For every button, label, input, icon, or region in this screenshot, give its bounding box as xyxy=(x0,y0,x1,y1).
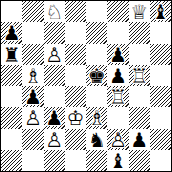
piece-glyph: ♚ xyxy=(86,65,107,86)
square-g4[interactable] xyxy=(129,86,150,107)
square-f2[interactable]: ♟♙ xyxy=(107,129,128,150)
square-a6[interactable]: ♜♜ xyxy=(1,44,22,65)
square-d5[interactable] xyxy=(65,65,86,86)
square-a5[interactable] xyxy=(1,65,22,86)
square-d6[interactable] xyxy=(65,44,86,65)
square-b7[interactable] xyxy=(22,22,43,43)
white-king[interactable]: ♚♔ xyxy=(65,107,86,128)
piece-glyph: ♔ xyxy=(65,107,86,128)
black-pawn[interactable]: ♟♟ xyxy=(1,22,22,43)
square-b3[interactable]: ♟♙ xyxy=(22,107,43,128)
square-d3[interactable]: ♚♔ xyxy=(65,107,86,128)
square-f1[interactable]: ♝♝ xyxy=(107,150,128,171)
white-knight[interactable]: ♞♘ xyxy=(44,1,65,22)
black-pawn[interactable]: ♟♟ xyxy=(107,44,128,65)
square-c8[interactable]: ♞♘ xyxy=(44,1,65,22)
square-h2[interactable] xyxy=(150,129,171,150)
square-a3[interactable] xyxy=(1,107,22,128)
piece-glyph: ♟ xyxy=(44,107,65,128)
square-e2[interactable]: ♞♞ xyxy=(86,129,107,150)
square-h6[interactable] xyxy=(150,44,171,65)
piece-glyph: ♟ xyxy=(1,22,22,43)
piece-glyph: ♙ xyxy=(44,44,65,65)
square-d7[interactable] xyxy=(65,22,86,43)
white-rook[interactable]: ♜♖ xyxy=(107,86,128,107)
square-a1[interactable] xyxy=(1,150,22,171)
black-rook[interactable]: ♜♜ xyxy=(1,44,22,65)
black-pawn[interactable]: ♟♟ xyxy=(107,65,128,86)
square-c2[interactable]: ♟♙ xyxy=(44,129,65,150)
black-pawn[interactable]: ♟♟ xyxy=(22,86,43,107)
black-pawn[interactable]: ♟♟ xyxy=(44,107,65,128)
square-b4[interactable]: ♟♟ xyxy=(22,86,43,107)
black-king[interactable]: ♚♚ xyxy=(86,65,107,86)
piece-glyph: ♙ xyxy=(107,129,128,150)
square-e7[interactable] xyxy=(86,22,107,43)
black-pawn[interactable]: ♟♟ xyxy=(129,129,150,150)
square-d8[interactable] xyxy=(65,1,86,22)
square-b6[interactable] xyxy=(22,44,43,65)
square-c1[interactable] xyxy=(44,150,65,171)
black-bishop[interactable]: ♝♝ xyxy=(107,150,128,171)
square-b5[interactable]: ♝♗ xyxy=(22,65,43,86)
square-c3[interactable]: ♟♟ xyxy=(44,107,65,128)
piece-glyph: ♙ xyxy=(22,107,43,128)
square-f4[interactable]: ♜♖ xyxy=(107,86,128,107)
white-pawn[interactable]: ♟♙ xyxy=(44,44,65,65)
square-b2[interactable] xyxy=(22,129,43,150)
square-e1[interactable] xyxy=(86,150,107,171)
white-queen[interactable]: ♛♕ xyxy=(129,1,150,22)
square-e4[interactable] xyxy=(86,86,107,107)
piece-glyph: ♝ xyxy=(107,150,128,171)
square-d1[interactable] xyxy=(65,150,86,171)
square-g7[interactable] xyxy=(129,22,150,43)
square-a2[interactable] xyxy=(1,129,22,150)
piece-glyph: ♟ xyxy=(129,129,150,150)
piece-glyph: ♗ xyxy=(22,65,43,86)
square-g6[interactable] xyxy=(129,44,150,65)
square-e6[interactable] xyxy=(86,44,107,65)
square-d2[interactable] xyxy=(65,129,86,150)
black-bishop[interactable]: ♝♝ xyxy=(150,1,171,22)
square-e8[interactable] xyxy=(86,1,107,22)
square-a4[interactable] xyxy=(1,86,22,107)
square-b8[interactable] xyxy=(22,1,43,22)
square-c6[interactable]: ♟♙ xyxy=(44,44,65,65)
square-f5[interactable]: ♟♟ xyxy=(107,65,128,86)
piece-glyph: ♞ xyxy=(86,129,107,150)
square-e3[interactable]: ♝♗ xyxy=(86,107,107,128)
white-pawn[interactable]: ♟♙ xyxy=(44,129,65,150)
square-g8[interactable]: ♛♕ xyxy=(129,1,150,22)
square-c5[interactable] xyxy=(44,65,65,86)
square-g5[interactable]: ♜♖ xyxy=(129,65,150,86)
square-g2[interactable]: ♟♟ xyxy=(129,129,150,150)
square-h1[interactable] xyxy=(150,150,171,171)
white-rook[interactable]: ♜♖ xyxy=(129,65,150,86)
piece-glyph: ♖ xyxy=(129,65,150,86)
piece-glyph: ♙ xyxy=(44,129,65,150)
chess-board: ♞♘♛♕♝♝♟♟♜♜♟♙♟♟♝♗♚♚♟♟♜♖♟♟♜♖♟♙♟♟♚♔♝♗♟♙♞♞♟♙… xyxy=(1,1,171,171)
white-pawn[interactable]: ♟♙ xyxy=(107,129,128,150)
square-h3[interactable] xyxy=(150,107,171,128)
square-d4[interactable] xyxy=(65,86,86,107)
white-pawn[interactable]: ♟♙ xyxy=(22,107,43,128)
white-bishop[interactable]: ♝♗ xyxy=(86,107,107,128)
square-f8[interactable] xyxy=(107,1,128,22)
square-h7[interactable] xyxy=(150,22,171,43)
square-a8[interactable] xyxy=(1,1,22,22)
square-e5[interactable]: ♚♚ xyxy=(86,65,107,86)
square-f6[interactable]: ♟♟ xyxy=(107,44,128,65)
square-c4[interactable] xyxy=(44,86,65,107)
square-b1[interactable] xyxy=(22,150,43,171)
piece-glyph: ♗ xyxy=(86,107,107,128)
square-g3[interactable] xyxy=(129,107,150,128)
piece-glyph: ♖ xyxy=(107,86,128,107)
square-c7[interactable] xyxy=(44,22,65,43)
piece-glyph: ♕ xyxy=(129,1,150,22)
piece-glyph: ♟ xyxy=(22,86,43,107)
square-a7[interactable]: ♟♟ xyxy=(1,22,22,43)
square-h5[interactable] xyxy=(150,65,171,86)
square-g1[interactable] xyxy=(129,150,150,171)
white-bishop[interactable]: ♝♗ xyxy=(22,65,43,86)
square-f3[interactable] xyxy=(107,107,128,128)
piece-glyph: ♜ xyxy=(1,44,22,65)
piece-glyph: ♝ xyxy=(150,1,171,22)
chess-board-frame: ♞♘♛♕♝♝♟♟♜♜♟♙♟♟♝♗♚♚♟♟♜♖♟♟♜♖♟♙♟♟♚♔♝♗♟♙♞♞♟♙… xyxy=(0,0,172,172)
square-h8[interactable]: ♝♝ xyxy=(150,1,171,22)
piece-glyph: ♘ xyxy=(44,1,65,22)
black-knight[interactable]: ♞♞ xyxy=(86,129,107,150)
piece-glyph: ♟ xyxy=(107,65,128,86)
square-h4[interactable] xyxy=(150,86,171,107)
square-f7[interactable] xyxy=(107,22,128,43)
piece-glyph: ♟ xyxy=(107,44,128,65)
